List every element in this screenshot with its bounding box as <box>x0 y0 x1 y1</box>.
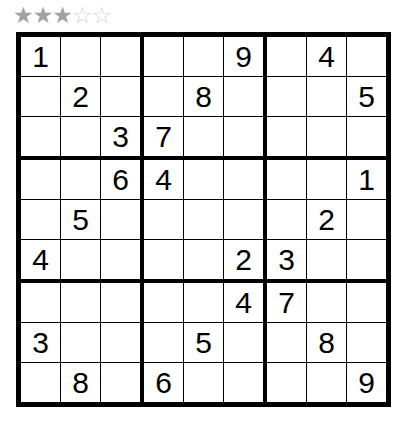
cell-r2c9: 5 <box>347 77 386 116</box>
cell-r3c3: 3 <box>101 117 140 156</box>
cell-r5c4[interactable] <box>144 200 183 239</box>
cell-r6c9[interactable] <box>347 240 386 279</box>
cell-r3c9[interactable] <box>347 117 386 156</box>
cell-r8c2[interactable] <box>61 323 100 362</box>
cell-r9c4: 6 <box>144 363 183 402</box>
cell-r3c4: 7 <box>144 117 183 156</box>
star-filled-icon: ★ <box>33 4 53 27</box>
cell-r2c2: 2 <box>61 77 100 116</box>
box-1-1: 123 <box>21 37 140 156</box>
cell-r3c8[interactable] <box>307 117 346 156</box>
cell-r3c7[interactable] <box>267 117 306 156</box>
cell-r7c5[interactable] <box>184 283 223 322</box>
cell-r7c4[interactable] <box>144 283 183 322</box>
cell-r1c6: 9 <box>224 37 263 76</box>
cell-r1c8: 4 <box>307 37 346 76</box>
cell-r5c2: 5 <box>61 200 100 239</box>
cell-r4c4: 4 <box>144 160 183 199</box>
cell-r4c3: 6 <box>101 160 140 199</box>
cell-r8c6[interactable] <box>224 323 263 362</box>
cell-r9c8[interactable] <box>307 363 346 402</box>
cell-r1c5[interactable] <box>184 37 223 76</box>
cell-r1c2[interactable] <box>61 37 100 76</box>
cell-r4c5[interactable] <box>184 160 223 199</box>
box-1-3: 45 <box>267 37 386 156</box>
cell-r7c9[interactable] <box>347 283 386 322</box>
cell-r2c4[interactable] <box>144 77 183 116</box>
cell-r6c7: 3 <box>267 240 306 279</box>
cell-r7c1[interactable] <box>21 283 60 322</box>
cell-r5c8: 2 <box>307 200 346 239</box>
cell-r7c2[interactable] <box>61 283 100 322</box>
cell-r7c7: 7 <box>267 283 306 322</box>
cell-r8c9[interactable] <box>347 323 386 362</box>
box-1-2: 987 <box>144 37 263 156</box>
cell-r7c3[interactable] <box>101 283 140 322</box>
box-3-1: 38 <box>21 283 140 402</box>
cell-r8c5: 5 <box>184 323 223 362</box>
cell-r6c6: 2 <box>224 240 263 279</box>
box-3-2: 456 <box>144 283 263 402</box>
sudoku-page: ★★★☆☆ 123987456544212338456789 <box>0 0 405 421</box>
cell-r9c3[interactable] <box>101 363 140 402</box>
cell-r3c5[interactable] <box>184 117 223 156</box>
cell-r5c9[interactable] <box>347 200 386 239</box>
cell-r6c4[interactable] <box>144 240 183 279</box>
cell-r4c2[interactable] <box>61 160 100 199</box>
star-empty-icon: ☆ <box>92 4 112 27</box>
star-empty-icon: ☆ <box>72 4 92 27</box>
sudoku-board: 123987456544212338456789 <box>16 32 391 407</box>
cell-r6c1: 4 <box>21 240 60 279</box>
cell-r9c7[interactable] <box>267 363 306 402</box>
cell-r9c5[interactable] <box>184 363 223 402</box>
cell-r3c1[interactable] <box>21 117 60 156</box>
cell-r9c6[interactable] <box>224 363 263 402</box>
cell-r8c7[interactable] <box>267 323 306 362</box>
cell-r2c6[interactable] <box>224 77 263 116</box>
box-2-2: 42 <box>144 160 263 279</box>
box-3-3: 789 <box>267 283 386 402</box>
star-filled-icon: ★ <box>13 4 33 27</box>
cell-r8c3[interactable] <box>101 323 140 362</box>
cell-r6c3[interactable] <box>101 240 140 279</box>
cell-r2c5: 8 <box>184 77 223 116</box>
cell-r5c6[interactable] <box>224 200 263 239</box>
cell-r3c6[interactable] <box>224 117 263 156</box>
cell-r7c6: 4 <box>224 283 263 322</box>
box-2-3: 123 <box>267 160 386 279</box>
cell-r9c2: 8 <box>61 363 100 402</box>
cell-r5c1[interactable] <box>21 200 60 239</box>
cell-r2c8[interactable] <box>307 77 346 116</box>
cell-r9c1[interactable] <box>21 363 60 402</box>
cell-r5c7[interactable] <box>267 200 306 239</box>
cell-r4c9: 1 <box>347 160 386 199</box>
cell-r3c2[interactable] <box>61 117 100 156</box>
cell-r4c8[interactable] <box>307 160 346 199</box>
cell-r7c8[interactable] <box>307 283 346 322</box>
cell-r4c6[interactable] <box>224 160 263 199</box>
cell-r1c4[interactable] <box>144 37 183 76</box>
cell-r1c1: 1 <box>21 37 60 76</box>
cell-r5c5[interactable] <box>184 200 223 239</box>
cell-r2c7[interactable] <box>267 77 306 116</box>
box-2-1: 654 <box>21 160 140 279</box>
cell-r2c1[interactable] <box>21 77 60 116</box>
cell-r6c2[interactable] <box>61 240 100 279</box>
cell-r5c3[interactable] <box>101 200 140 239</box>
star-filled-icon: ★ <box>52 4 72 27</box>
cell-r1c3[interactable] <box>101 37 140 76</box>
cell-r8c4[interactable] <box>144 323 183 362</box>
difficulty-rating: ★★★☆☆ <box>13 4 111 27</box>
cell-r6c5[interactable] <box>184 240 223 279</box>
cell-r6c8[interactable] <box>307 240 346 279</box>
cell-r9c9: 9 <box>347 363 386 402</box>
cell-r4c1[interactable] <box>21 160 60 199</box>
cell-r4c7[interactable] <box>267 160 306 199</box>
cell-r2c3[interactable] <box>101 77 140 116</box>
cell-r8c1: 3 <box>21 323 60 362</box>
cell-r8c8: 8 <box>307 323 346 362</box>
cell-r1c9[interactable] <box>347 37 386 76</box>
cell-r1c7[interactable] <box>267 37 306 76</box>
